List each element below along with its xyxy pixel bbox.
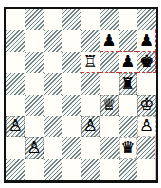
piece-white-queen-f4[interactable]: ♕ — [102, 97, 117, 114]
square-f1[interactable] — [100, 159, 119, 180]
piece-black-queen-g2[interactable]: ♛ — [120, 140, 135, 157]
square-b1[interactable] — [25, 159, 44, 180]
red-dashed-bottom-mark — [137, 72, 156, 73]
piece-black-king-h6[interactable]: ♚ — [139, 54, 154, 71]
square-h2[interactable] — [137, 137, 156, 158]
piece-black-rook-g5[interactable]: ♜ — [120, 76, 135, 93]
square-d8[interactable] — [62, 9, 81, 30]
square-g1[interactable] — [119, 159, 138, 180]
square-f7[interactable]: ♟ — [100, 30, 119, 51]
square-b8[interactable] — [25, 9, 44, 30]
square-g7[interactable] — [119, 30, 138, 51]
square-e6[interactable]: ♖ — [81, 52, 100, 73]
square-e5[interactable] — [81, 73, 100, 94]
square-g6[interactable]: ♟ — [119, 52, 138, 73]
red-dashed-right-mark — [155, 52, 156, 73]
square-e2[interactable] — [81, 137, 100, 158]
square-f3[interactable] — [100, 116, 119, 137]
piece-white-pawn-b2[interactable]: ♙ — [27, 140, 42, 157]
square-c5[interactable] — [44, 73, 63, 94]
square-g2[interactable]: ♛ — [119, 137, 138, 158]
red-dashed-right-mark — [155, 30, 156, 51]
square-d4[interactable] — [62, 95, 81, 116]
square-g5[interactable]: ♜ — [119, 73, 138, 94]
square-d2[interactable] — [62, 137, 81, 158]
square-f2[interactable] — [100, 137, 119, 158]
square-a1[interactable] — [6, 159, 25, 180]
red-dashed-bottom-mark — [81, 72, 100, 73]
square-b4[interactable] — [25, 95, 44, 116]
square-a6[interactable] — [6, 52, 25, 73]
square-c6[interactable] — [44, 52, 63, 73]
square-c8[interactable] — [44, 9, 63, 30]
red-dashed-bottom-mark — [119, 72, 138, 73]
square-e4[interactable] — [81, 95, 100, 116]
square-e8[interactable] — [81, 9, 100, 30]
square-a3[interactable]: ♙ — [6, 116, 25, 137]
piece-white-pawn-e3[interactable]: ♙ — [83, 118, 98, 135]
square-b2[interactable]: ♙ — [25, 137, 44, 158]
chess-board: ♟♟♖♟♚♜♕♔♙♙♙♙♛ — [6, 9, 156, 180]
square-a7[interactable] — [6, 30, 25, 51]
piece-white-king-h4[interactable]: ♔ — [139, 97, 154, 114]
square-e7[interactable] — [81, 30, 100, 51]
chess-diagram: ♟♟♖♟♚♜♕♔♙♙♙♙♛ — [0, 0, 161, 188]
square-e1[interactable] — [81, 159, 100, 180]
square-h4[interactable]: ♔ — [137, 95, 156, 116]
square-f6[interactable] — [100, 52, 119, 73]
piece-white-pawn-h3[interactable]: ♙ — [139, 118, 154, 135]
square-h6[interactable]: ♚ — [137, 52, 156, 73]
square-b5[interactable] — [25, 73, 44, 94]
square-a2[interactable] — [6, 137, 25, 158]
red-dashed-bottom-mark — [100, 51, 119, 52]
piece-black-pawn-h7[interactable]: ♟ — [139, 33, 154, 50]
square-b6[interactable] — [25, 52, 44, 73]
square-e3[interactable]: ♙ — [81, 116, 100, 137]
red-dashed-bottom-mark — [137, 51, 156, 52]
square-c1[interactable] — [44, 159, 63, 180]
square-b7[interactable] — [25, 30, 44, 51]
red-dashed-bottom-mark — [119, 51, 138, 52]
square-g3[interactable] — [119, 116, 138, 137]
square-b3[interactable] — [25, 116, 44, 137]
square-h8[interactable] — [137, 9, 156, 30]
square-a5[interactable] — [6, 73, 25, 94]
square-f5[interactable] — [100, 73, 119, 94]
square-d6[interactable] — [62, 52, 81, 73]
chess-board-frame: ♟♟♖♟♚♜♕♔♙♙♙♙♛ — [4, 7, 158, 183]
piece-white-rook-e6[interactable]: ♖ — [83, 54, 98, 71]
square-c4[interactable] — [44, 95, 63, 116]
square-c2[interactable] — [44, 137, 63, 158]
square-d5[interactable] — [62, 73, 81, 94]
square-g4[interactable] — [119, 95, 138, 116]
square-c7[interactable] — [44, 30, 63, 51]
piece-black-pawn-f7[interactable]: ♟ — [102, 33, 117, 50]
square-h3[interactable]: ♙ — [137, 116, 156, 137]
square-d7[interactable] — [62, 30, 81, 51]
square-f8[interactable] — [100, 9, 119, 30]
square-a4[interactable] — [6, 95, 25, 116]
square-a8[interactable] — [6, 9, 25, 30]
right-edge-artifact — [155, 135, 156, 180]
piece-black-pawn-g6[interactable]: ♟ — [120, 54, 135, 71]
square-h1[interactable] — [137, 159, 156, 180]
square-c3[interactable] — [44, 116, 63, 137]
red-dashed-bottom-mark — [100, 72, 119, 73]
square-g8[interactable] — [119, 9, 138, 30]
square-d3[interactable] — [62, 116, 81, 137]
square-d1[interactable] — [62, 159, 81, 180]
piece-white-pawn-a3[interactable]: ♙ — [8, 118, 23, 135]
square-h5[interactable] — [137, 73, 156, 94]
square-h7[interactable]: ♟ — [137, 30, 156, 51]
square-f4[interactable]: ♕ — [100, 95, 119, 116]
